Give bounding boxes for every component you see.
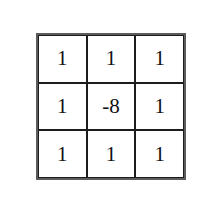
cell-r1c1: -8 xyxy=(87,83,136,131)
cell-r0c1: 1 xyxy=(87,35,136,83)
matrix-diagram: 1 1 1 1 -8 1 1 1 1 xyxy=(0,0,224,209)
cell-r0c0: 1 xyxy=(38,35,87,83)
cell-r1c2: 1 xyxy=(135,83,184,131)
cell-r2c0: 1 xyxy=(38,130,87,178)
cell-r2c2: 1 xyxy=(135,130,184,178)
cell-r0c2: 1 xyxy=(135,35,184,83)
kernel-grid: 1 1 1 1 -8 1 1 1 1 xyxy=(36,33,186,180)
cell-r2c1: 1 xyxy=(87,130,136,178)
cell-r1c0: 1 xyxy=(38,83,87,131)
